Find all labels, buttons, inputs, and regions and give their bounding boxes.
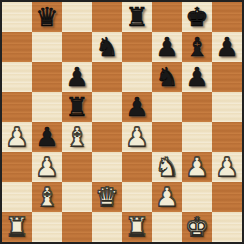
square-f5[interactable] [152,92,182,122]
square-c1[interactable] [62,212,92,242]
square-b8[interactable]: ♛ [32,2,62,32]
square-g7[interactable]: ♝ [182,32,212,62]
square-a1[interactable]: ♜ [2,212,32,242]
white-pawn-b3[interactable]: ♟ [35,152,58,182]
square-g8[interactable]: ♚ [182,2,212,32]
square-g5[interactable] [182,92,212,122]
square-h7[interactable]: ♟ [212,32,242,62]
square-g3[interactable]: ♟ [182,152,212,182]
black-rook-c5[interactable]: ♜ [65,92,88,122]
white-pawn-a4[interactable]: ♟ [5,122,28,152]
chess-board: ♛♜♚♞♟♝♟♟♞♟♜♟♟♟♝♟♟♞♟♟♝♛♟♜♜♚ [2,2,242,242]
square-f7[interactable]: ♟ [152,32,182,62]
square-a3[interactable] [2,152,32,182]
square-d2[interactable]: ♛ [92,182,122,212]
square-g1[interactable]: ♚ [182,212,212,242]
white-bishop-c4[interactable]: ♝ [65,122,88,152]
square-e4[interactable]: ♟ [122,122,152,152]
square-c5[interactable]: ♜ [62,92,92,122]
square-e2[interactable] [122,182,152,212]
square-f2[interactable]: ♟ [152,182,182,212]
black-pawn-b4[interactable]: ♟ [35,122,58,152]
square-e1[interactable]: ♜ [122,212,152,242]
square-d7[interactable]: ♞ [92,32,122,62]
square-b2[interactable]: ♝ [32,182,62,212]
square-c7[interactable] [62,32,92,62]
square-b4[interactable]: ♟ [32,122,62,152]
white-queen-d2[interactable]: ♛ [95,182,118,212]
square-g6[interactable]: ♟ [182,62,212,92]
black-pawn-h7[interactable]: ♟ [215,32,238,62]
black-rook-e8[interactable]: ♜ [125,2,148,32]
square-c3[interactable] [62,152,92,182]
square-h1[interactable] [212,212,242,242]
square-f4[interactable] [152,122,182,152]
square-e6[interactable] [122,62,152,92]
square-a7[interactable] [2,32,32,62]
black-knight-d7[interactable]: ♞ [95,32,118,62]
square-a8[interactable] [2,2,32,32]
square-a2[interactable] [2,182,32,212]
square-h3[interactable]: ♟ [212,152,242,182]
square-h6[interactable] [212,62,242,92]
chess-board-frame: ♛♜♚♞♟♝♟♟♞♟♜♟♟♟♝♟♟♞♟♟♝♛♟♜♜♚ [0,0,244,244]
square-e3[interactable] [122,152,152,182]
square-a6[interactable] [2,62,32,92]
white-pawn-f2[interactable]: ♟ [155,182,178,212]
black-pawn-c6[interactable]: ♟ [65,62,88,92]
white-rook-e1[interactable]: ♜ [125,212,148,242]
square-a4[interactable]: ♟ [2,122,32,152]
square-d3[interactable] [92,152,122,182]
square-b1[interactable] [32,212,62,242]
square-e5[interactable]: ♟ [122,92,152,122]
white-knight-f3[interactable]: ♞ [155,152,178,182]
white-king-g1[interactable]: ♚ [185,212,208,242]
square-e8[interactable]: ♜ [122,2,152,32]
square-d8[interactable] [92,2,122,32]
black-knight-f6[interactable]: ♞ [155,62,178,92]
square-c2[interactable] [62,182,92,212]
square-b6[interactable] [32,62,62,92]
black-king-g8[interactable]: ♚ [185,2,208,32]
square-b3[interactable]: ♟ [32,152,62,182]
square-h5[interactable] [212,92,242,122]
white-pawn-h3[interactable]: ♟ [215,152,238,182]
square-c8[interactable] [62,2,92,32]
square-h2[interactable] [212,182,242,212]
black-pawn-f7[interactable]: ♟ [155,32,178,62]
square-d5[interactable] [92,92,122,122]
square-d6[interactable] [92,62,122,92]
square-a5[interactable] [2,92,32,122]
square-d4[interactable] [92,122,122,152]
white-rook-a1[interactable]: ♜ [5,212,28,242]
white-bishop-b2[interactable]: ♝ [35,182,58,212]
black-pawn-g6[interactable]: ♟ [185,62,208,92]
square-c6[interactable]: ♟ [62,62,92,92]
square-f6[interactable]: ♞ [152,62,182,92]
white-pawn-e4[interactable]: ♟ [125,122,148,152]
square-f1[interactable] [152,212,182,242]
square-h4[interactable] [212,122,242,152]
square-f8[interactable] [152,2,182,32]
square-d1[interactable] [92,212,122,242]
square-c4[interactable]: ♝ [62,122,92,152]
white-pawn-g3[interactable]: ♟ [185,152,208,182]
square-h8[interactable] [212,2,242,32]
square-g4[interactable] [182,122,212,152]
square-b5[interactable] [32,92,62,122]
square-f3[interactable]: ♞ [152,152,182,182]
square-b7[interactable] [32,32,62,62]
square-e7[interactable] [122,32,152,62]
square-g2[interactable] [182,182,212,212]
black-bishop-g7[interactable]: ♝ [185,32,208,62]
black-pawn-e5[interactable]: ♟ [125,92,148,122]
black-queen-b8[interactable]: ♛ [35,2,58,32]
